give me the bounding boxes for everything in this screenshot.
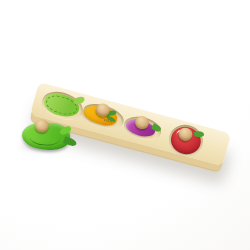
slot-carrot bbox=[80, 101, 126, 133]
slot-tomato bbox=[165, 121, 206, 160]
tomato-stem-icon bbox=[194, 130, 205, 137]
pepper-stem-icon bbox=[63, 136, 78, 147]
product-photo: VIGA bbox=[0, 0, 250, 250]
pepper-leaf-icon bbox=[59, 125, 72, 135]
slot-eggplant bbox=[121, 113, 163, 144]
pepper-detail-line bbox=[29, 130, 60, 147]
loose-piece-green-pepper[interactable] bbox=[19, 113, 84, 161]
